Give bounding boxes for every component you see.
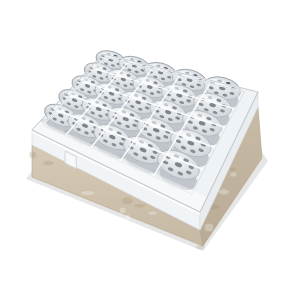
product-photo: [0, 0, 292, 292]
bobbin-case-photo: [0, 0, 292, 292]
